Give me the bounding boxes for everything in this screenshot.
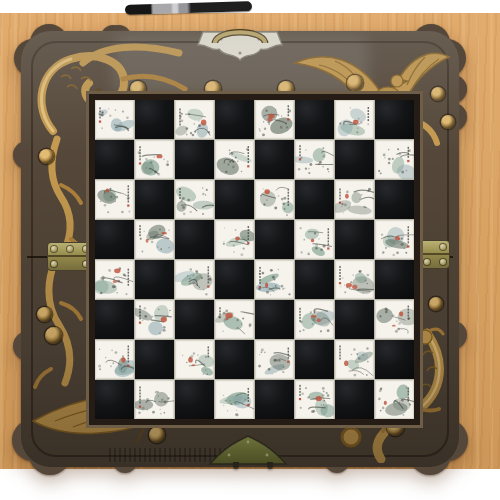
square-b4[interactable]: [135, 260, 174, 299]
square-d1[interactable]: [215, 380, 254, 419]
square-c8[interactable]: [175, 100, 214, 139]
left-hinge: [47, 242, 93, 271]
square-b1[interactable]: [135, 380, 174, 419]
square-f7[interactable]: [295, 140, 334, 179]
top-carry-handle[interactable]: [197, 31, 283, 63]
square-b5[interactable]: [135, 220, 174, 259]
coin-carving-icon: [45, 327, 62, 344]
square-g3[interactable]: [335, 300, 374, 339]
square-a1[interactable]: [95, 380, 134, 419]
square-e5[interactable]: [255, 220, 294, 259]
square-f5[interactable]: [295, 220, 334, 259]
square-h1[interactable]: [375, 380, 414, 419]
square-f3[interactable]: [295, 300, 334, 339]
square-c5[interactable]: [175, 220, 214, 259]
page: { "image_type": "overhead photograph of …: [0, 0, 500, 500]
square-f2[interactable]: [295, 340, 334, 379]
coin-carving-icon: [441, 115, 455, 129]
square-e2[interactable]: [255, 340, 294, 379]
square-c3[interactable]: [175, 300, 214, 339]
square-g6[interactable]: [335, 180, 374, 219]
bottom-clasp-plate[interactable]: [207, 435, 289, 469]
square-h6[interactable]: [375, 180, 414, 219]
square-a7[interactable]: [95, 140, 134, 179]
square-h7[interactable]: [375, 140, 414, 179]
square-f6[interactable]: [295, 180, 334, 219]
square-g5[interactable]: [335, 220, 374, 259]
square-g7[interactable]: [335, 140, 374, 179]
inner-wood-lip: [89, 94, 420, 425]
coin-carving-icon: [347, 75, 363, 91]
clasp-foot: [267, 462, 273, 469]
square-b6[interactable]: [135, 180, 174, 219]
square-e4[interactable]: [255, 260, 294, 299]
coin-carving-icon: [39, 149, 54, 164]
coin-carving-icon: [37, 307, 52, 322]
square-b2[interactable]: [135, 340, 174, 379]
square-c7[interactable]: [175, 140, 214, 179]
square-e8[interactable]: [255, 100, 294, 139]
square-b3[interactable]: [135, 300, 174, 339]
square-d2[interactable]: [215, 340, 254, 379]
square-h5[interactable]: [375, 220, 414, 259]
square-c1[interactable]: [175, 380, 214, 419]
square-d3[interactable]: [215, 300, 254, 339]
square-b7[interactable]: [135, 140, 174, 179]
square-f1[interactable]: [295, 380, 334, 419]
chess-board: [21, 31, 459, 467]
square-a4[interactable]: [95, 260, 134, 299]
square-d5[interactable]: [215, 220, 254, 259]
square-f4[interactable]: [295, 260, 334, 299]
square-a2[interactable]: [95, 340, 134, 379]
square-a5[interactable]: [95, 220, 134, 259]
coin-carving-icon: [429, 297, 443, 311]
square-g8[interactable]: [335, 100, 374, 139]
carved-wood-frame: [21, 31, 459, 467]
handle-bail[interactable]: [211, 25, 269, 43]
square-h8[interactable]: [375, 100, 414, 139]
square-h2[interactable]: [375, 340, 414, 379]
square-a6[interactable]: [95, 180, 134, 219]
square-a3[interactable]: [95, 300, 134, 339]
square-c6[interactable]: [175, 180, 214, 219]
square-c2[interactable]: [175, 340, 214, 379]
square-e7[interactable]: [255, 140, 294, 179]
square-e6[interactable]: [255, 180, 294, 219]
clasp-foot: [233, 462, 239, 469]
square-d8[interactable]: [215, 100, 254, 139]
square-e3[interactable]: [255, 300, 294, 339]
square-c4[interactable]: [175, 260, 214, 299]
square-g2[interactable]: [335, 340, 374, 379]
square-f8[interactable]: [295, 100, 334, 139]
square-a8[interactable]: [95, 100, 134, 139]
square-h4[interactable]: [375, 260, 414, 299]
coin-carving-icon: [149, 427, 165, 443]
square-e1[interactable]: [255, 380, 294, 419]
square-b8[interactable]: [135, 100, 174, 139]
square-d7[interactable]: [215, 140, 254, 179]
square-d4[interactable]: [215, 260, 254, 299]
square-g1[interactable]: [335, 380, 374, 419]
square-h3[interactable]: [375, 300, 414, 339]
square-d6[interactable]: [215, 180, 254, 219]
board-grid: [95, 100, 414, 419]
coin-carving-icon: [431, 87, 445, 101]
square-g4[interactable]: [335, 260, 374, 299]
